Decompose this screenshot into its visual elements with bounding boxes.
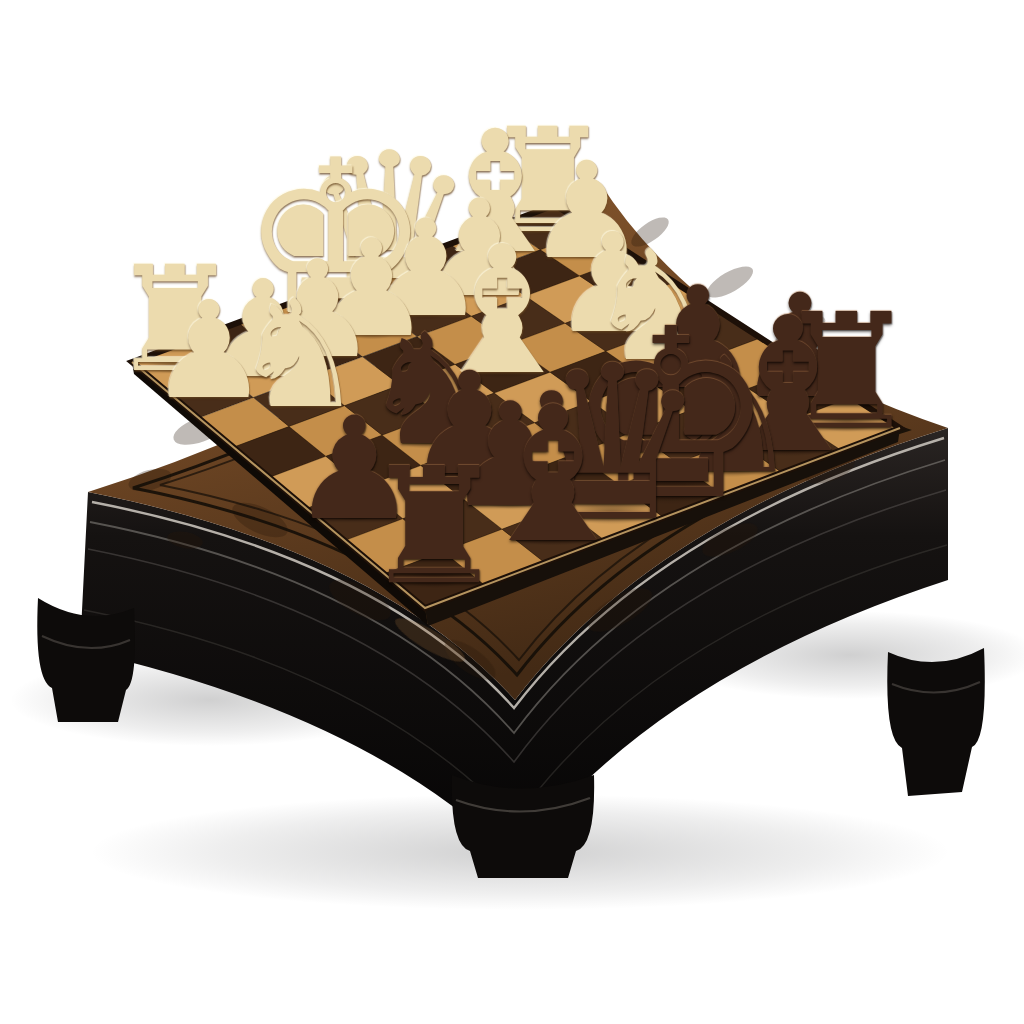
black-rook-a8[interactable]: ♜ [362, 448, 506, 608]
chess-set-photo: ♜♝♟♛♟♚♟♟♟♟♞♜♝♟♟♟♟♞♜♞♝♞♟♚♟♛♟♝♜ [0, 0, 1024, 1024]
